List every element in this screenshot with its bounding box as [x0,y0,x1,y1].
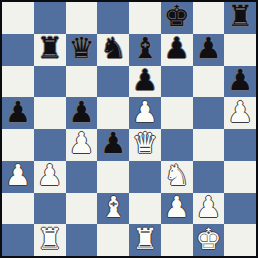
square-c8[interactable] [66,2,98,34]
square-a8[interactable] [2,2,34,34]
square-c5[interactable]: ♟ [66,97,98,129]
square-a4[interactable] [2,129,34,161]
black-pawn[interactable]: ♟ [100,129,126,158]
square-h3[interactable] [224,161,256,193]
square-h6[interactable]: ♟ [224,66,256,98]
square-b6[interactable] [34,66,66,98]
square-g5[interactable] [193,97,225,129]
square-g7[interactable]: ♟ [193,34,225,66]
board-frame: ♚♜♜♛♞♝♟♟♟♟♟♟♟♟♟♟♛♟♟♞♝♟♟♜♜♚ [0,0,258,258]
square-h5[interactable]: ♟ [224,97,256,129]
square-e5[interactable]: ♟ [129,97,161,129]
white-pawn[interactable]: ♟ [68,129,94,158]
white-rook[interactable]: ♜ [132,225,158,254]
black-knight[interactable]: ♞ [100,34,126,63]
square-g3[interactable] [193,161,225,193]
square-e8[interactable] [129,2,161,34]
square-c6[interactable] [66,66,98,98]
white-bishop[interactable]: ♝ [100,193,126,222]
white-knight[interactable]: ♞ [164,161,190,190]
square-f5[interactable] [161,97,193,129]
square-f6[interactable] [161,66,193,98]
square-f3[interactable]: ♞ [161,161,193,193]
square-d8[interactable] [97,2,129,34]
square-h1[interactable] [224,224,256,256]
square-g6[interactable] [193,66,225,98]
square-a7[interactable] [2,34,34,66]
square-g2[interactable]: ♟ [193,193,225,225]
square-d6[interactable] [97,66,129,98]
square-b7[interactable]: ♜ [34,34,66,66]
chess-board: ♚♜♜♛♞♝♟♟♟♟♟♟♟♟♟♟♛♟♟♞♝♟♟♜♜♚ [2,2,256,256]
square-f7[interactable]: ♟ [161,34,193,66]
white-pawn[interactable]: ♟ [132,98,158,127]
black-pawn[interactable]: ♟ [227,66,253,95]
square-a6[interactable] [2,66,34,98]
square-c7[interactable]: ♛ [66,34,98,66]
black-pawn[interactable]: ♟ [195,34,221,63]
square-b8[interactable] [34,2,66,34]
square-e4[interactable]: ♛ [129,129,161,161]
square-c3[interactable] [66,161,98,193]
square-b4[interactable] [34,129,66,161]
square-g4[interactable] [193,129,225,161]
square-e7[interactable]: ♝ [129,34,161,66]
square-b5[interactable] [34,97,66,129]
square-a2[interactable] [2,193,34,225]
square-e6[interactable]: ♟ [129,66,161,98]
square-d7[interactable]: ♞ [97,34,129,66]
square-h8[interactable]: ♜ [224,2,256,34]
square-g8[interactable] [193,2,225,34]
white-pawn[interactable]: ♟ [37,161,63,190]
white-rook[interactable]: ♜ [37,225,63,254]
black-rook[interactable]: ♜ [227,2,253,31]
square-c4[interactable]: ♟ [66,129,98,161]
square-e1[interactable]: ♜ [129,224,161,256]
square-h7[interactable] [224,34,256,66]
square-d2[interactable]: ♝ [97,193,129,225]
square-e3[interactable] [129,161,161,193]
square-d4[interactable]: ♟ [97,129,129,161]
square-d3[interactable] [97,161,129,193]
white-pawn[interactable]: ♟ [227,98,253,127]
white-pawn[interactable]: ♟ [5,161,31,190]
black-rook[interactable]: ♜ [37,34,63,63]
square-d1[interactable] [97,224,129,256]
square-b2[interactable] [34,193,66,225]
white-queen[interactable]: ♛ [132,129,158,158]
square-g1[interactable]: ♚ [193,224,225,256]
black-pawn[interactable]: ♟ [164,34,190,63]
square-e2[interactable] [129,193,161,225]
square-d5[interactable] [97,97,129,129]
square-f4[interactable] [161,129,193,161]
white-king[interactable]: ♚ [195,225,221,254]
black-queen[interactable]: ♛ [68,34,94,63]
black-pawn[interactable]: ♟ [68,98,94,127]
square-b1[interactable]: ♜ [34,224,66,256]
square-f2[interactable]: ♟ [161,193,193,225]
black-bishop[interactable]: ♝ [132,34,158,63]
white-pawn[interactable]: ♟ [164,193,190,222]
square-c2[interactable] [66,193,98,225]
black-pawn[interactable]: ♟ [132,66,158,95]
square-f1[interactable] [161,224,193,256]
square-a1[interactable] [2,224,34,256]
black-king[interactable]: ♚ [164,2,190,31]
square-h2[interactable] [224,193,256,225]
square-b3[interactable]: ♟ [34,161,66,193]
white-pawn[interactable]: ♟ [195,193,221,222]
square-c1[interactable] [66,224,98,256]
black-pawn[interactable]: ♟ [5,98,31,127]
square-f8[interactable]: ♚ [161,2,193,34]
square-a3[interactable]: ♟ [2,161,34,193]
square-h4[interactable] [224,129,256,161]
square-a5[interactable]: ♟ [2,97,34,129]
